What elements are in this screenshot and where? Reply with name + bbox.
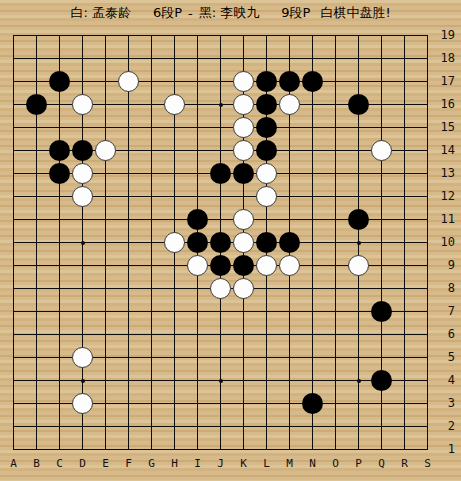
board-intersection[interactable] <box>301 369 324 392</box>
board-intersection[interactable] <box>232 47 255 70</box>
board-intersection[interactable] <box>393 24 416 47</box>
board-intersection[interactable] <box>48 162 71 185</box>
board-intersection[interactable] <box>209 300 232 323</box>
board-intersection[interactable] <box>232 254 255 277</box>
board-intersection[interactable] <box>416 346 439 369</box>
board-intersection[interactable] <box>71 162 94 185</box>
board-intersection[interactable] <box>278 162 301 185</box>
board-intersection[interactable] <box>278 93 301 116</box>
board-intersection[interactable] <box>301 185 324 208</box>
board-intersection[interactable] <box>71 346 94 369</box>
board-intersection[interactable] <box>347 24 370 47</box>
board-intersection[interactable] <box>347 116 370 139</box>
board-intersection[interactable] <box>94 369 117 392</box>
board-intersection[interactable] <box>255 415 278 438</box>
board-intersection[interactable] <box>347 277 370 300</box>
board-intersection[interactable] <box>94 392 117 415</box>
board-intersection[interactable] <box>301 208 324 231</box>
board-intersection[interactable] <box>163 415 186 438</box>
board-intersection[interactable] <box>117 231 140 254</box>
board-intersection[interactable] <box>416 277 439 300</box>
board-intersection[interactable] <box>393 185 416 208</box>
board-intersection[interactable] <box>140 47 163 70</box>
board-intersection[interactable] <box>255 139 278 162</box>
board-intersection[interactable] <box>2 208 25 231</box>
board-intersection[interactable] <box>163 185 186 208</box>
board-intersection[interactable] <box>278 208 301 231</box>
board-intersection[interactable] <box>117 254 140 277</box>
board-intersection[interactable] <box>301 139 324 162</box>
board-intersection[interactable] <box>71 415 94 438</box>
board-intersection[interactable] <box>370 254 393 277</box>
board-intersection[interactable] <box>347 162 370 185</box>
board-intersection[interactable] <box>2 24 25 47</box>
board-intersection[interactable] <box>393 392 416 415</box>
board-intersection[interactable] <box>370 116 393 139</box>
board-intersection[interactable] <box>140 70 163 93</box>
board-intersection[interactable] <box>232 208 255 231</box>
board-intersection[interactable] <box>94 162 117 185</box>
board-intersection[interactable] <box>301 323 324 346</box>
board-intersection[interactable] <box>255 392 278 415</box>
board-intersection[interactable] <box>393 116 416 139</box>
board-intersection[interactable] <box>94 185 117 208</box>
board-intersection[interactable] <box>393 231 416 254</box>
board-intersection[interactable] <box>25 415 48 438</box>
board-intersection[interactable] <box>117 277 140 300</box>
board-intersection[interactable] <box>301 162 324 185</box>
board-intersection[interactable] <box>71 93 94 116</box>
board-intersection[interactable] <box>347 415 370 438</box>
board-intersection[interactable] <box>186 70 209 93</box>
board-intersection[interactable] <box>25 346 48 369</box>
board-intersection[interactable] <box>278 24 301 47</box>
board-intersection[interactable] <box>324 24 347 47</box>
board-intersection[interactable] <box>48 208 71 231</box>
board-intersection[interactable] <box>94 24 117 47</box>
board-intersection[interactable] <box>232 139 255 162</box>
board-intersection[interactable] <box>255 162 278 185</box>
board-intersection[interactable] <box>278 185 301 208</box>
board-intersection[interactable] <box>48 277 71 300</box>
board-intersection[interactable] <box>301 392 324 415</box>
board-intersection[interactable] <box>324 185 347 208</box>
board-intersection[interactable] <box>140 231 163 254</box>
board-intersection[interactable] <box>416 162 439 185</box>
board-intersection[interactable] <box>48 392 71 415</box>
board-intersection[interactable] <box>370 415 393 438</box>
board-intersection[interactable] <box>301 346 324 369</box>
board-intersection[interactable] <box>25 116 48 139</box>
board-intersection[interactable] <box>2 392 25 415</box>
board-intersection[interactable] <box>117 323 140 346</box>
board-intersection[interactable] <box>25 369 48 392</box>
board-intersection[interactable] <box>370 277 393 300</box>
board-intersection[interactable] <box>232 392 255 415</box>
board-intersection[interactable] <box>48 116 71 139</box>
board-intersection[interactable] <box>186 185 209 208</box>
board-intersection[interactable] <box>255 24 278 47</box>
board-intersection[interactable] <box>347 392 370 415</box>
board-intersection[interactable] <box>209 162 232 185</box>
board-intersection[interactable] <box>255 47 278 70</box>
board-intersection[interactable] <box>25 231 48 254</box>
board-intersection[interactable] <box>209 277 232 300</box>
board-intersection[interactable] <box>186 116 209 139</box>
board-intersection[interactable] <box>232 369 255 392</box>
board-intersection[interactable] <box>2 185 25 208</box>
board-intersection[interactable] <box>393 323 416 346</box>
board-intersection[interactable] <box>232 346 255 369</box>
board-intersection[interactable] <box>48 254 71 277</box>
board-intersection[interactable] <box>209 346 232 369</box>
board-intersection[interactable] <box>25 93 48 116</box>
board-intersection[interactable] <box>209 93 232 116</box>
board-intersection[interactable] <box>370 24 393 47</box>
board-intersection[interactable] <box>232 24 255 47</box>
board-intersection[interactable] <box>140 254 163 277</box>
board-intersection[interactable] <box>209 24 232 47</box>
board-intersection[interactable] <box>370 139 393 162</box>
board-intersection[interactable] <box>25 47 48 70</box>
board-intersection[interactable] <box>25 277 48 300</box>
board-intersection[interactable] <box>324 369 347 392</box>
board-intersection[interactable] <box>255 208 278 231</box>
board-intersection[interactable] <box>163 208 186 231</box>
board-intersection[interactable] <box>94 70 117 93</box>
board-intersection[interactable] <box>186 208 209 231</box>
board-intersection[interactable] <box>163 346 186 369</box>
board-intersection[interactable] <box>255 323 278 346</box>
board-intersection[interactable] <box>117 392 140 415</box>
board-intersection[interactable] <box>209 369 232 392</box>
board-intersection[interactable] <box>416 93 439 116</box>
board-intersection[interactable] <box>255 93 278 116</box>
board-intersection[interactable] <box>2 254 25 277</box>
board-intersection[interactable] <box>186 415 209 438</box>
board-intersection[interactable] <box>2 277 25 300</box>
board-intersection[interactable] <box>48 24 71 47</box>
board-intersection[interactable] <box>370 70 393 93</box>
board-intersection[interactable] <box>186 346 209 369</box>
board-intersection[interactable] <box>140 185 163 208</box>
board-intersection[interactable] <box>117 93 140 116</box>
board-intersection[interactable] <box>71 139 94 162</box>
board-intersection[interactable] <box>278 116 301 139</box>
board-intersection[interactable] <box>25 392 48 415</box>
board-intersection[interactable] <box>301 24 324 47</box>
board-intersection[interactable] <box>416 208 439 231</box>
board-intersection[interactable] <box>324 231 347 254</box>
board-intersection[interactable] <box>324 116 347 139</box>
board-intersection[interactable] <box>209 415 232 438</box>
board-intersection[interactable] <box>255 116 278 139</box>
board-intersection[interactable] <box>370 162 393 185</box>
board-intersection[interactable] <box>255 70 278 93</box>
board-intersection[interactable] <box>370 93 393 116</box>
board-intersection[interactable] <box>71 231 94 254</box>
board-intersection[interactable] <box>278 323 301 346</box>
board-intersection[interactable] <box>232 415 255 438</box>
board-intersection[interactable] <box>25 323 48 346</box>
board-intersection[interactable] <box>324 254 347 277</box>
board-intersection[interactable] <box>278 231 301 254</box>
board-intersection[interactable] <box>140 93 163 116</box>
board-intersection[interactable] <box>232 300 255 323</box>
board-intersection[interactable] <box>370 208 393 231</box>
board-intersection[interactable] <box>209 47 232 70</box>
board-intersection[interactable] <box>163 254 186 277</box>
board-intersection[interactable] <box>48 369 71 392</box>
board-intersection[interactable] <box>94 139 117 162</box>
board-intersection[interactable] <box>117 369 140 392</box>
board-intersection[interactable] <box>140 323 163 346</box>
board-intersection[interactable] <box>48 231 71 254</box>
board-intersection[interactable] <box>347 323 370 346</box>
board-intersection[interactable] <box>163 392 186 415</box>
board-intersection[interactable] <box>140 369 163 392</box>
board-intersection[interactable] <box>2 300 25 323</box>
board-intersection[interactable] <box>255 277 278 300</box>
board-intersection[interactable] <box>301 47 324 70</box>
board-intersection[interactable] <box>232 185 255 208</box>
board-intersection[interactable] <box>163 47 186 70</box>
board-intersection[interactable] <box>416 116 439 139</box>
board-intersection[interactable] <box>163 162 186 185</box>
board-intersection[interactable] <box>117 70 140 93</box>
board-intersection[interactable] <box>2 116 25 139</box>
board-intersection[interactable] <box>416 415 439 438</box>
board-intersection[interactable] <box>2 369 25 392</box>
board-intersection[interactable] <box>347 139 370 162</box>
board-intersection[interactable] <box>416 254 439 277</box>
board-intersection[interactable] <box>2 93 25 116</box>
board-intersection[interactable] <box>209 392 232 415</box>
board-intersection[interactable] <box>117 346 140 369</box>
board-intersection[interactable] <box>278 254 301 277</box>
board-intersection[interactable] <box>324 70 347 93</box>
board-intersection[interactable] <box>48 415 71 438</box>
board-intersection[interactable] <box>416 139 439 162</box>
board-intersection[interactable] <box>278 300 301 323</box>
board-intersection[interactable] <box>71 300 94 323</box>
board-intersection[interactable] <box>370 185 393 208</box>
board-intersection[interactable] <box>255 346 278 369</box>
board-intersection[interactable] <box>94 415 117 438</box>
board-intersection[interactable] <box>25 24 48 47</box>
board-intersection[interactable] <box>255 231 278 254</box>
board-intersection[interactable] <box>393 47 416 70</box>
board-intersection[interactable] <box>301 70 324 93</box>
board-intersection[interactable] <box>347 47 370 70</box>
board-intersection[interactable] <box>232 70 255 93</box>
board-intersection[interactable] <box>2 139 25 162</box>
board-intersection[interactable] <box>163 116 186 139</box>
board-intersection[interactable] <box>255 185 278 208</box>
board-intersection[interactable] <box>393 208 416 231</box>
board-intersection[interactable] <box>186 231 209 254</box>
board-intersection[interactable] <box>278 369 301 392</box>
board-intersection[interactable] <box>347 231 370 254</box>
board-intersection[interactable] <box>347 93 370 116</box>
board-intersection[interactable] <box>71 185 94 208</box>
board-intersection[interactable] <box>232 323 255 346</box>
board-intersection[interactable] <box>209 70 232 93</box>
board-intersection[interactable] <box>117 300 140 323</box>
board-intersection[interactable] <box>370 47 393 70</box>
board-intersection[interactable] <box>278 346 301 369</box>
board-intersection[interactable] <box>117 24 140 47</box>
board-intersection[interactable] <box>2 162 25 185</box>
board-intersection[interactable] <box>416 231 439 254</box>
board-intersection[interactable] <box>71 70 94 93</box>
board-intersection[interactable] <box>117 208 140 231</box>
board-intersection[interactable] <box>209 254 232 277</box>
board-intersection[interactable] <box>301 277 324 300</box>
go-board[interactable] <box>2 24 439 461</box>
board-intersection[interactable] <box>94 47 117 70</box>
board-intersection[interactable] <box>71 392 94 415</box>
board-intersection[interactable] <box>278 47 301 70</box>
board-intersection[interactable] <box>324 93 347 116</box>
board-intersection[interactable] <box>393 254 416 277</box>
board-intersection[interactable] <box>393 346 416 369</box>
board-intersection[interactable] <box>278 415 301 438</box>
board-intersection[interactable] <box>370 346 393 369</box>
board-intersection[interactable] <box>94 323 117 346</box>
board-intersection[interactable] <box>347 254 370 277</box>
board-intersection[interactable] <box>48 185 71 208</box>
board-intersection[interactable] <box>255 369 278 392</box>
board-intersection[interactable] <box>393 415 416 438</box>
board-intersection[interactable] <box>48 47 71 70</box>
board-intersection[interactable] <box>71 24 94 47</box>
board-intersection[interactable] <box>186 323 209 346</box>
board-intersection[interactable] <box>393 139 416 162</box>
board-intersection[interactable] <box>48 70 71 93</box>
board-intersection[interactable] <box>140 277 163 300</box>
board-intersection[interactable] <box>347 185 370 208</box>
board-intersection[interactable] <box>2 323 25 346</box>
board-intersection[interactable] <box>186 139 209 162</box>
board-intersection[interactable] <box>186 254 209 277</box>
board-intersection[interactable] <box>117 415 140 438</box>
board-intersection[interactable] <box>140 208 163 231</box>
board-intersection[interactable] <box>416 24 439 47</box>
board-intersection[interactable] <box>301 300 324 323</box>
board-intersection[interactable] <box>416 300 439 323</box>
board-intersection[interactable] <box>347 300 370 323</box>
board-intersection[interactable] <box>209 139 232 162</box>
board-intersection[interactable] <box>25 139 48 162</box>
board-intersection[interactable] <box>186 369 209 392</box>
board-intersection[interactable] <box>209 231 232 254</box>
board-intersection[interactable] <box>140 300 163 323</box>
board-intersection[interactable] <box>416 323 439 346</box>
board-intersection[interactable] <box>186 162 209 185</box>
board-intersection[interactable] <box>232 93 255 116</box>
board-intersection[interactable] <box>324 346 347 369</box>
board-intersection[interactable] <box>278 70 301 93</box>
board-intersection[interactable] <box>347 70 370 93</box>
board-intersection[interactable] <box>48 346 71 369</box>
board-intersection[interactable] <box>117 162 140 185</box>
board-intersection[interactable] <box>393 369 416 392</box>
board-intersection[interactable] <box>117 139 140 162</box>
board-intersection[interactable] <box>416 369 439 392</box>
board-intersection[interactable] <box>232 116 255 139</box>
board-intersection[interactable] <box>94 277 117 300</box>
board-intersection[interactable] <box>94 93 117 116</box>
board-intersection[interactable] <box>393 277 416 300</box>
board-intersection[interactable] <box>25 254 48 277</box>
board-intersection[interactable] <box>416 70 439 93</box>
board-intersection[interactable] <box>393 93 416 116</box>
board-intersection[interactable] <box>370 392 393 415</box>
board-intersection[interactable] <box>117 47 140 70</box>
board-intersection[interactable] <box>2 231 25 254</box>
board-intersection[interactable] <box>71 323 94 346</box>
board-intersection[interactable] <box>48 323 71 346</box>
board-intersection[interactable] <box>140 415 163 438</box>
board-intersection[interactable] <box>370 323 393 346</box>
board-intersection[interactable] <box>48 300 71 323</box>
board-intersection[interactable] <box>324 208 347 231</box>
board-intersection[interactable] <box>370 231 393 254</box>
board-intersection[interactable] <box>324 139 347 162</box>
board-intersection[interactable] <box>278 139 301 162</box>
board-intersection[interactable] <box>117 185 140 208</box>
board-intersection[interactable] <box>71 47 94 70</box>
board-intersection[interactable] <box>94 346 117 369</box>
board-intersection[interactable] <box>393 70 416 93</box>
board-intersection[interactable] <box>163 70 186 93</box>
board-intersection[interactable] <box>232 231 255 254</box>
board-intersection[interactable] <box>2 47 25 70</box>
board-intersection[interactable] <box>186 24 209 47</box>
board-intersection[interactable] <box>209 116 232 139</box>
board-intersection[interactable] <box>140 139 163 162</box>
board-intersection[interactable] <box>94 208 117 231</box>
board-intersection[interactable] <box>140 162 163 185</box>
board-intersection[interactable] <box>94 116 117 139</box>
board-intersection[interactable] <box>370 300 393 323</box>
board-intersection[interactable] <box>209 208 232 231</box>
board-intersection[interactable] <box>94 231 117 254</box>
board-intersection[interactable] <box>140 392 163 415</box>
board-intersection[interactable] <box>255 254 278 277</box>
board-intersection[interactable] <box>186 47 209 70</box>
board-intersection[interactable] <box>2 70 25 93</box>
board-intersection[interactable] <box>416 185 439 208</box>
board-intersection[interactable] <box>347 369 370 392</box>
board-intersection[interactable] <box>140 346 163 369</box>
board-intersection[interactable] <box>324 162 347 185</box>
board-intersection[interactable] <box>2 415 25 438</box>
board-intersection[interactable] <box>163 277 186 300</box>
board-intersection[interactable] <box>25 70 48 93</box>
board-intersection[interactable] <box>301 116 324 139</box>
board-intersection[interactable] <box>416 392 439 415</box>
board-intersection[interactable] <box>209 185 232 208</box>
board-intersection[interactable] <box>71 116 94 139</box>
board-intersection[interactable] <box>393 162 416 185</box>
board-intersection[interactable] <box>324 47 347 70</box>
board-intersection[interactable] <box>71 254 94 277</box>
board-intersection[interactable] <box>163 93 186 116</box>
board-intersection[interactable] <box>71 369 94 392</box>
board-intersection[interactable] <box>324 323 347 346</box>
